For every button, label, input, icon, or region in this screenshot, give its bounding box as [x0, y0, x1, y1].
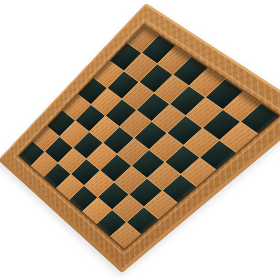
chessboard	[0, 3, 280, 273]
board-squares	[19, 25, 280, 249]
photo-background	[0, 0, 280, 280]
